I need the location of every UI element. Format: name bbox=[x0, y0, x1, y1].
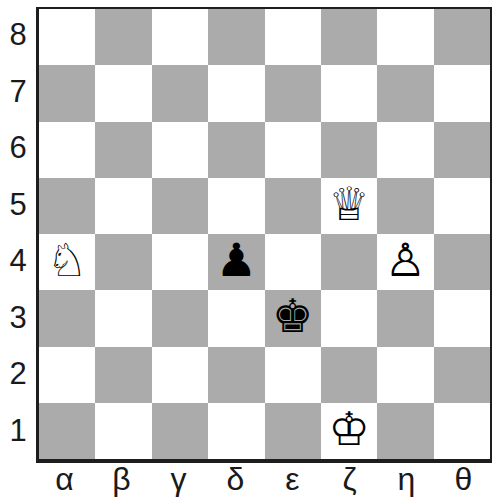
rank-label-7: 7 bbox=[0, 64, 36, 121]
square-α1[interactable] bbox=[39, 403, 95, 459]
square-θ8[interactable] bbox=[434, 9, 490, 65]
file-label-d: δ bbox=[207, 459, 264, 500]
square-ε1[interactable] bbox=[265, 403, 321, 459]
rank-labels: 87654321 bbox=[0, 7, 36, 459]
square-δ4[interactable]: ♟ bbox=[208, 234, 264, 290]
square-ε8[interactable] bbox=[265, 9, 321, 65]
square-ζ4[interactable] bbox=[321, 234, 377, 290]
square-α2[interactable] bbox=[39, 347, 95, 403]
square-θ1[interactable] bbox=[434, 403, 490, 459]
square-β3[interactable] bbox=[95, 290, 151, 346]
white-pawn-piece[interactable]: ♙ bbox=[385, 237, 426, 283]
square-θ5[interactable] bbox=[434, 178, 490, 234]
square-δ1[interactable] bbox=[208, 403, 264, 459]
rank-label-2: 2 bbox=[0, 346, 36, 403]
square-η3[interactable] bbox=[377, 290, 433, 346]
square-α5[interactable] bbox=[39, 178, 95, 234]
square-β1[interactable] bbox=[95, 403, 151, 459]
square-ζ6[interactable] bbox=[321, 122, 377, 178]
rank-label-6: 6 bbox=[0, 120, 36, 177]
square-η8[interactable] bbox=[377, 9, 433, 65]
file-label-c: γ bbox=[150, 459, 207, 500]
square-ε4[interactable] bbox=[265, 234, 321, 290]
square-α6[interactable] bbox=[39, 122, 95, 178]
square-β4[interactable] bbox=[95, 234, 151, 290]
square-γ3[interactable] bbox=[152, 290, 208, 346]
white-queen-piece[interactable]: ♕ bbox=[328, 181, 369, 227]
square-α3[interactable] bbox=[39, 290, 95, 346]
rank-label-3: 3 bbox=[0, 290, 36, 347]
white-king-piece[interactable]: ♔ bbox=[328, 406, 369, 452]
rank-label-1: 1 bbox=[0, 403, 36, 460]
square-δ3[interactable] bbox=[208, 290, 264, 346]
square-ε3[interactable]: ♚ bbox=[265, 290, 321, 346]
black-pawn-piece[interactable]: ♟ bbox=[216, 237, 257, 283]
square-β6[interactable] bbox=[95, 122, 151, 178]
square-θ2[interactable] bbox=[434, 347, 490, 403]
rank-label-4: 4 bbox=[0, 233, 36, 290]
board: ♕♘♟♙♚♔ bbox=[36, 7, 492, 463]
square-ζ3[interactable] bbox=[321, 290, 377, 346]
square-β7[interactable] bbox=[95, 65, 151, 121]
square-α7[interactable] bbox=[39, 65, 95, 121]
file-label-g: η bbox=[378, 459, 435, 500]
square-θ4[interactable] bbox=[434, 234, 490, 290]
square-δ2[interactable] bbox=[208, 347, 264, 403]
square-ε2[interactable] bbox=[265, 347, 321, 403]
square-δ7[interactable] bbox=[208, 65, 264, 121]
square-θ7[interactable] bbox=[434, 65, 490, 121]
rank-label-8: 8 bbox=[0, 7, 36, 64]
square-δ6[interactable] bbox=[208, 122, 264, 178]
square-ζ5[interactable]: ♕ bbox=[321, 178, 377, 234]
square-θ6[interactable] bbox=[434, 122, 490, 178]
white-knight-piece[interactable]: ♘ bbox=[47, 237, 88, 283]
square-γ6[interactable] bbox=[152, 122, 208, 178]
square-δ8[interactable] bbox=[208, 9, 264, 65]
rank-label-5: 5 bbox=[0, 177, 36, 234]
square-ε7[interactable] bbox=[265, 65, 321, 121]
black-king-piece[interactable]: ♚ bbox=[272, 293, 313, 339]
square-β2[interactable] bbox=[95, 347, 151, 403]
file-label-a: α bbox=[36, 459, 93, 500]
file-label-h: θ bbox=[435, 459, 492, 500]
square-γ5[interactable] bbox=[152, 178, 208, 234]
square-β5[interactable] bbox=[95, 178, 151, 234]
square-ζ8[interactable] bbox=[321, 9, 377, 65]
square-ζ2[interactable] bbox=[321, 347, 377, 403]
square-η1[interactable] bbox=[377, 403, 433, 459]
square-ζ1[interactable]: ♔ bbox=[321, 403, 377, 459]
file-label-e: ε bbox=[264, 459, 321, 500]
square-γ8[interactable] bbox=[152, 9, 208, 65]
square-ζ7[interactable] bbox=[321, 65, 377, 121]
square-α8[interactable] bbox=[39, 9, 95, 65]
square-β8[interactable] bbox=[95, 9, 151, 65]
file-label-f: ζ bbox=[321, 459, 378, 500]
square-δ5[interactable] bbox=[208, 178, 264, 234]
square-η7[interactable] bbox=[377, 65, 433, 121]
square-γ4[interactable] bbox=[152, 234, 208, 290]
square-γ7[interactable] bbox=[152, 65, 208, 121]
square-γ2[interactable] bbox=[152, 347, 208, 403]
square-η2[interactable] bbox=[377, 347, 433, 403]
square-η5[interactable] bbox=[377, 178, 433, 234]
square-η6[interactable] bbox=[377, 122, 433, 178]
square-α4[interactable]: ♘ bbox=[39, 234, 95, 290]
square-ε6[interactable] bbox=[265, 122, 321, 178]
file-labels: αβγδεζηθ bbox=[36, 459, 492, 500]
file-label-b: β bbox=[93, 459, 150, 500]
square-γ1[interactable] bbox=[152, 403, 208, 459]
square-θ3[interactable] bbox=[434, 290, 490, 346]
square-ε5[interactable] bbox=[265, 178, 321, 234]
chess-diagram: 87654321 ♕♘♟♙♚♔ αβγδεζηθ bbox=[0, 0, 500, 500]
square-η4[interactable]: ♙ bbox=[377, 234, 433, 290]
